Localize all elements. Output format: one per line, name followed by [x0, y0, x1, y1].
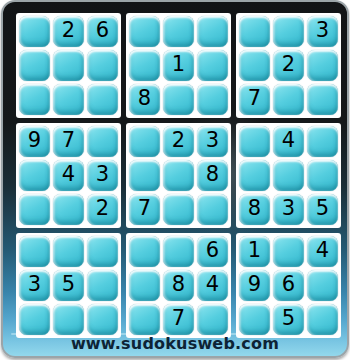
cell-r5c1[interactable] — [19, 160, 50, 191]
given-digit: 3 — [96, 164, 109, 185]
cell-r3c4[interactable]: 8 — [129, 84, 160, 115]
cell-r1c5[interactable] — [163, 16, 194, 47]
cell-r7c9[interactable]: 4 — [307, 236, 338, 267]
given-digit: 8 — [248, 198, 261, 219]
cell-r9c6[interactable] — [197, 304, 228, 335]
given-digit: 4 — [316, 240, 329, 261]
given-digit: 8 — [138, 88, 151, 109]
box-1-3: 327 — [236, 13, 341, 118]
cell-r1c3[interactable]: 6 — [87, 16, 118, 47]
cell-r3c7[interactable]: 7 — [239, 84, 270, 115]
cell-r5c7[interactable] — [239, 160, 270, 191]
cell-r1c1[interactable] — [19, 16, 50, 47]
box-3-2: 6847 — [126, 233, 231, 338]
cell-r5c8[interactable] — [273, 160, 304, 191]
cell-r3c8[interactable] — [273, 84, 304, 115]
given-digit: 3 — [282, 198, 295, 219]
cell-r1c8[interactable] — [273, 16, 304, 47]
cell-r6c2[interactable] — [53, 194, 84, 225]
box-2-2: 2387 — [126, 123, 231, 228]
cell-r9c2[interactable] — [53, 304, 84, 335]
given-digit: 5 — [316, 198, 329, 219]
box-3-1: 35 — [16, 233, 121, 338]
cell-r1c9[interactable]: 3 — [307, 16, 338, 47]
cell-r9c3[interactable] — [87, 304, 118, 335]
cell-r7c7[interactable]: 1 — [239, 236, 270, 267]
box-1-1: 26 — [16, 13, 121, 118]
cell-r7c6[interactable]: 6 — [197, 236, 228, 267]
cell-r8c5[interactable]: 8 — [163, 270, 194, 301]
cell-r4c6[interactable]: 3 — [197, 126, 228, 157]
cell-r3c6[interactable] — [197, 84, 228, 115]
cell-r1c7[interactable] — [239, 16, 270, 47]
cell-r4c8[interactable]: 4 — [273, 126, 304, 157]
cell-r6c9[interactable]: 5 — [307, 194, 338, 225]
cell-r6c7[interactable]: 8 — [239, 194, 270, 225]
cell-r9c9[interactable] — [307, 304, 338, 335]
cell-r6c3[interactable]: 2 — [87, 194, 118, 225]
cell-r4c5[interactable]: 2 — [163, 126, 194, 157]
cell-r7c4[interactable] — [129, 236, 160, 267]
given-digit: 9 — [28, 130, 41, 151]
cell-r7c3[interactable] — [87, 236, 118, 267]
cell-r2c3[interactable] — [87, 50, 118, 81]
given-digit: 5 — [282, 308, 295, 329]
given-digit: 3 — [206, 130, 219, 151]
cell-r2c9[interactable] — [307, 50, 338, 81]
given-digit: 4 — [62, 164, 75, 185]
cell-r9c4[interactable] — [129, 304, 160, 335]
given-digit: 4 — [206, 274, 219, 295]
website-url: www.sudokusweb.com — [3, 334, 347, 353]
given-digit: 6 — [96, 20, 109, 41]
cell-r1c2[interactable]: 2 — [53, 16, 84, 47]
cell-r4c1[interactable]: 9 — [19, 126, 50, 157]
cell-r7c1[interactable] — [19, 236, 50, 267]
cell-r6c5[interactable] — [163, 194, 194, 225]
cell-r7c2[interactable] — [53, 236, 84, 267]
cell-r2c1[interactable] — [19, 50, 50, 81]
cell-r4c4[interactable] — [129, 126, 160, 157]
given-digit: 8 — [172, 274, 185, 295]
cell-r9c8[interactable]: 5 — [273, 304, 304, 335]
given-digit: 4 — [282, 130, 295, 151]
given-digit: 5 — [62, 274, 75, 295]
given-digit: 3 — [28, 274, 41, 295]
cell-r7c5[interactable] — [163, 236, 194, 267]
given-digit: 2 — [62, 20, 75, 41]
given-digit: 6 — [282, 274, 295, 295]
cell-r1c6[interactable] — [197, 16, 228, 47]
cell-r2c4[interactable] — [129, 50, 160, 81]
given-digit: 7 — [172, 308, 185, 329]
cell-r6c6[interactable] — [197, 194, 228, 225]
cell-r4c7[interactable] — [239, 126, 270, 157]
cell-r2c8[interactable]: 2 — [273, 50, 304, 81]
cell-r3c9[interactable] — [307, 84, 338, 115]
cell-r1c4[interactable] — [129, 16, 160, 47]
cell-r6c8[interactable]: 3 — [273, 194, 304, 225]
box-3-3: 14965 — [236, 233, 341, 338]
cell-r9c1[interactable] — [19, 304, 50, 335]
cell-r8c3[interactable] — [87, 270, 118, 301]
cell-r5c6[interactable]: 8 — [197, 160, 228, 191]
cell-r4c3[interactable] — [87, 126, 118, 157]
cell-r8c6[interactable]: 4 — [197, 270, 228, 301]
cell-r5c2[interactable]: 4 — [53, 160, 84, 191]
cell-r2c5[interactable]: 1 — [163, 50, 194, 81]
cell-r3c2[interactable] — [53, 84, 84, 115]
box-2-1: 97432 — [16, 123, 121, 228]
cell-r2c2[interactable] — [53, 50, 84, 81]
given-digit: 2 — [172, 130, 185, 151]
given-digit: 3 — [316, 20, 329, 41]
given-digit: 7 — [62, 130, 75, 151]
cell-r8c8[interactable]: 6 — [273, 270, 304, 301]
cell-r3c3[interactable] — [87, 84, 118, 115]
cell-r6c4[interactable]: 7 — [129, 194, 160, 225]
cell-r5c5[interactable] — [163, 160, 194, 191]
box-2-3: 4835 — [236, 123, 341, 228]
given-digit: 2 — [282, 54, 295, 75]
cell-r6c1[interactable] — [19, 194, 50, 225]
given-digit: 9 — [248, 274, 261, 295]
cell-r8c7[interactable]: 9 — [239, 270, 270, 301]
given-digit: 7 — [248, 88, 261, 109]
cell-r8c9[interactable] — [307, 270, 338, 301]
cell-r5c4[interactable] — [129, 160, 160, 191]
cell-r5c3[interactable]: 3 — [87, 160, 118, 191]
cell-r5c9[interactable] — [307, 160, 338, 191]
cell-r7c8[interactable] — [273, 236, 304, 267]
cell-r9c5[interactable]: 7 — [163, 304, 194, 335]
cell-r4c9[interactable] — [307, 126, 338, 157]
cell-r8c4[interactable] — [129, 270, 160, 301]
given-digit: 2 — [96, 198, 109, 219]
cell-r4c2[interactable]: 7 — [53, 126, 84, 157]
given-digit: 8 — [206, 164, 219, 185]
cell-r2c6[interactable] — [197, 50, 228, 81]
cell-r9c7[interactable] — [239, 304, 270, 335]
sudoku-board-plaque: 2618327974322387483535684714965 www.sudo… — [1, 0, 349, 358]
box-1-2: 18 — [126, 13, 231, 118]
sudoku-grid: 2618327974322387483535684714965 — [16, 13, 341, 338]
given-digit: 1 — [172, 54, 185, 75]
given-digit: 6 — [206, 240, 219, 261]
given-digit: 1 — [248, 240, 261, 261]
cell-r2c7[interactable] — [239, 50, 270, 81]
given-digit: 7 — [138, 198, 151, 219]
cell-r8c2[interactable]: 5 — [53, 270, 84, 301]
cell-r8c1[interactable]: 3 — [19, 270, 50, 301]
cell-r3c1[interactable] — [19, 84, 50, 115]
cell-r3c5[interactable] — [163, 84, 194, 115]
